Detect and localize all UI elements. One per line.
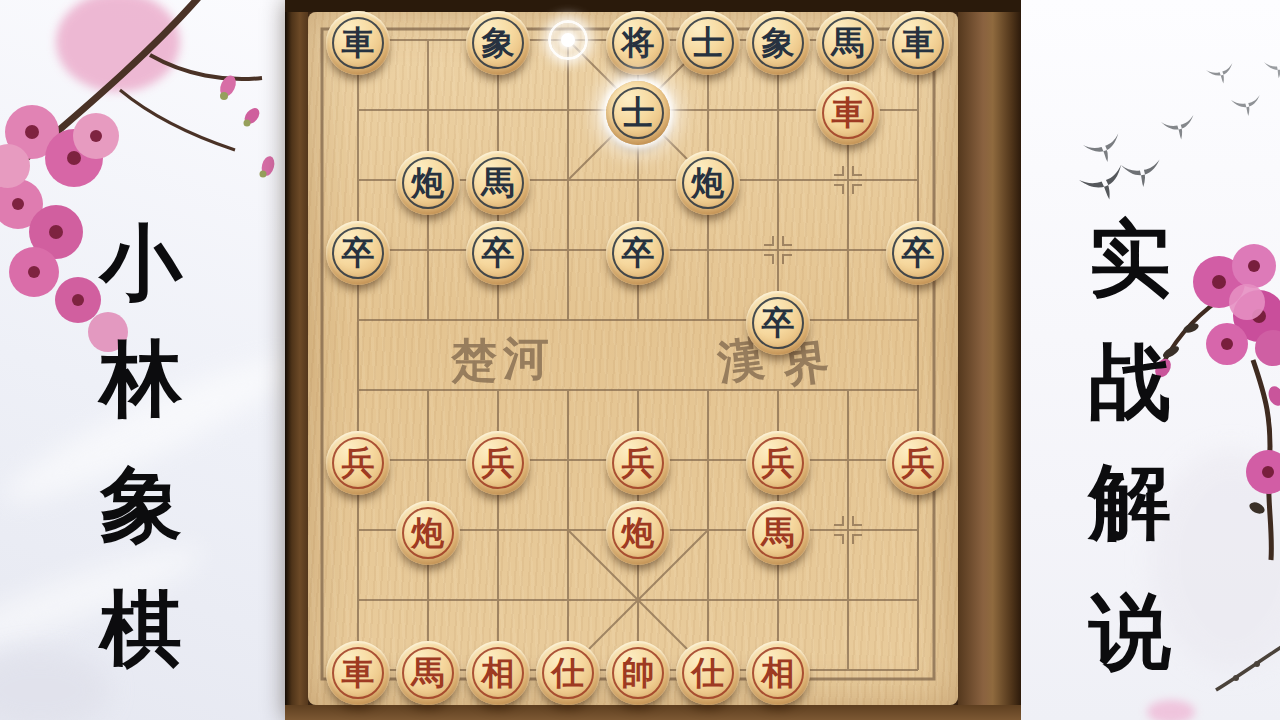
piece-glyph: 兵 [622,446,655,479]
piece-glyph: 炮 [412,516,445,549]
river-label-char: 河 [503,328,549,390]
board-frame-top-edge [285,0,1021,12]
piece-glyph: 兵 [902,446,935,479]
board-frame-left-edge [285,0,308,720]
piece-red-soldier[interactable]: 兵 [326,431,390,495]
piece-glyph: 炮 [622,516,655,549]
last-move-origin-marker [548,20,588,60]
piece-glyph: 炮 [412,166,445,199]
piece-black-soldier[interactable]: 卒 [886,221,950,285]
piece-red-elephant[interactable]: 相 [746,641,810,705]
piece-black-elephant[interactable]: 象 [466,11,530,75]
piece-glyph: 相 [762,656,795,689]
piece-glyph: 馬 [482,166,515,199]
piece-red-soldier[interactable]: 兵 [886,431,950,495]
piece-glyph: 車 [832,96,865,129]
piece-black-soldier[interactable]: 卒 [466,221,530,285]
piece-black-cannon[interactable]: 炮 [676,151,740,215]
title-char: 象 [96,464,186,546]
piece-glyph: 士 [622,96,655,129]
piece-black-advisor[interactable]: 士 [606,81,670,145]
piece-glyph: 卒 [762,306,795,339]
piece-glyph: 馬 [762,516,795,549]
title-char: 解 [1085,461,1175,543]
blossom-buds-left [217,73,276,177]
piece-red-soldier[interactable]: 兵 [606,431,670,495]
piece-black-general[interactable]: 将 [606,11,670,75]
piece-red-soldier[interactable]: 兵 [466,431,530,495]
piece-black-horse[interactable]: 馬 [466,151,530,215]
piece-black-rook[interactable]: 車 [886,11,950,75]
piece-glyph: 兵 [482,446,515,479]
piece-glyph: 馬 [832,26,865,59]
piece-black-advisor[interactable]: 士 [676,11,740,75]
xiangqi-board-frame: 楚 河 漢 界 車象将士象馬車士車炮馬炮卒卒卒卒卒兵兵兵兵兵炮炮馬車馬相仕帥仕相 [285,0,1021,720]
piece-red-horse[interactable]: 馬 [396,641,460,705]
branch-main [18,0,205,165]
river-label-char: 楚 [451,330,497,392]
piece-glyph: 兵 [342,446,375,479]
piece-black-rook[interactable]: 車 [326,11,390,75]
piece-glyph: 炮 [692,166,725,199]
piece-glyph: 卒 [622,236,655,269]
piece-glyph: 仕 [692,656,725,689]
piece-red-rook[interactable]: 車 [326,641,390,705]
piece-glyph: 象 [482,26,515,59]
piece-black-cannon[interactable]: 炮 [396,151,460,215]
piece-red-cannon[interactable]: 炮 [606,501,670,565]
board-frame-right-edge [958,0,1021,720]
swallow-flock-icon [1079,60,1280,207]
piece-black-soldier[interactable]: 卒 [606,221,670,285]
piece-glyph: 卒 [482,236,515,269]
piece-red-advisor[interactable]: 仕 [676,641,740,705]
board-frame-bottom-edge [285,705,1021,720]
piece-glyph: 兵 [762,446,795,479]
piece-black-soldier[interactable]: 卒 [326,221,390,285]
piece-glyph: 象 [762,26,795,59]
piece-glyph: 車 [342,656,375,689]
piece-glyph: 仕 [552,656,585,689]
title-char: 小 [96,222,186,304]
piece-red-advisor[interactable]: 仕 [536,641,600,705]
title-char: 战 [1085,341,1175,423]
title-char: 实 [1085,218,1175,300]
title-char: 林 [96,338,186,420]
piece-black-elephant[interactable]: 象 [746,11,810,75]
piece-glyph: 帥 [622,656,655,689]
piece-red-horse[interactable]: 馬 [746,501,810,565]
piece-glyph: 車 [902,26,935,59]
piece-black-horse[interactable]: 馬 [816,11,880,75]
right-panel: 实 战 解 说 [1021,0,1280,720]
piece-red-general[interactable]: 帥 [606,641,670,705]
piece-glyph: 将 [622,26,655,59]
xiangqi-board[interactable]: 楚 河 漢 界 車象将士象馬車士車炮馬炮卒卒卒卒卒兵兵兵兵兵炮炮馬車馬相仕帥仕相 [308,12,958,705]
piece-glyph: 卒 [342,236,375,269]
piece-glyph: 卒 [902,236,935,269]
screenshot-root: 小 林 象 棋 楚 河 漢 界 車象将士象馬車士車炮馬炮卒卒卒卒卒兵兵兵兵兵炮炮… [0,0,1280,720]
piece-glyph: 士 [692,26,725,59]
left-panel: 小 林 象 棋 [0,0,285,720]
piece-black-soldier[interactable]: 卒 [746,291,810,355]
piece-glyph: 車 [342,26,375,59]
piece-red-elephant[interactable]: 相 [466,641,530,705]
title-char: 说 [1085,591,1175,673]
piece-red-soldier[interactable]: 兵 [746,431,810,495]
piece-glyph: 相 [482,656,515,689]
piece-red-rook[interactable]: 車 [816,81,880,145]
piece-red-cannon[interactable]: 炮 [396,501,460,565]
title-char: 棋 [96,588,186,670]
piece-glyph: 馬 [412,656,445,689]
